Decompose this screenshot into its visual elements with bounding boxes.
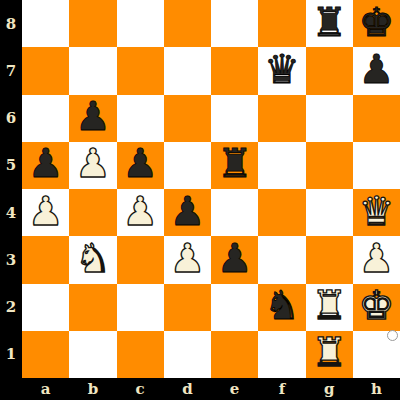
file-label-a: a [22,378,69,400]
square-f4[interactable] [258,189,305,236]
file-label-b: b [69,378,116,400]
square-h3[interactable]: ♟ [353,236,400,283]
square-b2[interactable] [69,284,116,331]
square-f1[interactable] [258,331,305,378]
white-pawn[interactable]: ♟ [358,238,394,278]
square-g8[interactable]: ♜ [306,0,353,47]
square-g4[interactable] [306,189,353,236]
chess-board: ♜♚♛♟♟♟♟♟♜♟♟♟♛♞♟♟♟♞♜♚♜ [22,0,400,378]
black-knight[interactable]: ♞ [264,285,300,325]
square-h2[interactable]: ♚ [353,284,400,331]
file-coordinates: abcdefgh [22,378,400,400]
square-c1[interactable] [117,331,164,378]
white-pawn[interactable]: ♟ [28,191,64,231]
black-rook[interactable]: ♜ [311,2,347,42]
rank-coordinates: 87654321 [0,0,22,378]
square-d3[interactable]: ♟ [164,236,211,283]
file-label-c: c [117,378,164,400]
square-d6[interactable] [164,95,211,142]
square-e5[interactable]: ♜ [211,142,258,189]
rank-label-2: 2 [0,284,22,331]
black-pawn[interactable]: ♟ [217,238,253,278]
rank-label-8: 8 [0,0,22,47]
square-a7[interactable] [22,47,69,94]
square-h6[interactable] [353,95,400,142]
square-h5[interactable] [353,142,400,189]
white-rook[interactable]: ♜ [311,285,347,325]
file-label-h: h [353,378,400,400]
square-g7[interactable] [306,47,353,94]
black-pawn[interactable]: ♟ [28,143,64,183]
rank-label-4: 4 [0,189,22,236]
white-rook[interactable]: ♜ [311,332,347,372]
square-f5[interactable] [258,142,305,189]
black-queen[interactable]: ♛ [264,49,300,89]
square-b6[interactable]: ♟ [69,95,116,142]
black-pawn[interactable]: ♟ [358,49,394,89]
white-pawn[interactable]: ♟ [122,191,158,231]
square-b3[interactable]: ♞ [69,236,116,283]
square-a6[interactable] [22,95,69,142]
chess-diagram: { "game": "chess", "position": { "fen": … [0,0,400,400]
file-label-g: g [306,378,353,400]
square-f2[interactable]: ♞ [258,284,305,331]
square-c8[interactable] [117,0,164,47]
square-e4[interactable] [211,189,258,236]
square-f3[interactable] [258,236,305,283]
square-a8[interactable] [22,0,69,47]
file-label-e: e [211,378,258,400]
square-g5[interactable] [306,142,353,189]
black-pawn[interactable]: ♟ [122,143,158,183]
white-to-move-indicator [387,330,398,341]
square-b7[interactable] [69,47,116,94]
square-h8[interactable]: ♚ [353,0,400,47]
square-a1[interactable] [22,331,69,378]
square-a5[interactable]: ♟ [22,142,69,189]
square-a4[interactable]: ♟ [22,189,69,236]
square-b5[interactable]: ♟ [69,142,116,189]
white-knight[interactable]: ♞ [75,238,111,278]
black-pawn[interactable]: ♟ [75,96,111,136]
square-h7[interactable]: ♟ [353,47,400,94]
black-pawn[interactable]: ♟ [169,191,205,231]
rank-label-7: 7 [0,47,22,94]
square-b1[interactable] [69,331,116,378]
square-g2[interactable]: ♜ [306,284,353,331]
square-a3[interactable] [22,236,69,283]
square-c4[interactable]: ♟ [117,189,164,236]
square-e6[interactable] [211,95,258,142]
square-c2[interactable] [117,284,164,331]
white-pawn[interactable]: ♟ [75,143,111,183]
square-d8[interactable] [164,0,211,47]
black-king[interactable]: ♚ [358,2,394,42]
rank-label-5: 5 [0,142,22,189]
white-king[interactable]: ♚ [358,285,394,325]
square-g6[interactable] [306,95,353,142]
square-f8[interactable] [258,0,305,47]
square-c6[interactable] [117,95,164,142]
rank-label-3: 3 [0,236,22,283]
square-d5[interactable] [164,142,211,189]
square-e3[interactable]: ♟ [211,236,258,283]
square-d4[interactable]: ♟ [164,189,211,236]
square-a2[interactable] [22,284,69,331]
black-rook[interactable]: ♜ [217,143,253,183]
square-e2[interactable] [211,284,258,331]
file-label-f: f [258,378,305,400]
rank-label-6: 6 [0,95,22,142]
file-label-d: d [164,378,211,400]
square-g1[interactable]: ♜ [306,331,353,378]
square-e7[interactable] [211,47,258,94]
square-d1[interactable] [164,331,211,378]
white-pawn[interactable]: ♟ [169,238,205,278]
square-c5[interactable]: ♟ [117,142,164,189]
square-e8[interactable] [211,0,258,47]
square-g3[interactable] [306,236,353,283]
square-b4[interactable] [69,189,116,236]
square-b8[interactable] [69,0,116,47]
square-d7[interactable] [164,47,211,94]
white-queen[interactable]: ♛ [358,191,394,231]
rank-label-1: 1 [0,331,22,378]
square-f6[interactable] [258,95,305,142]
square-c7[interactable] [117,47,164,94]
square-e1[interactable] [211,331,258,378]
square-h4[interactable]: ♛ [353,189,400,236]
square-d2[interactable] [164,284,211,331]
square-f7[interactable]: ♛ [258,47,305,94]
square-c3[interactable] [117,236,164,283]
